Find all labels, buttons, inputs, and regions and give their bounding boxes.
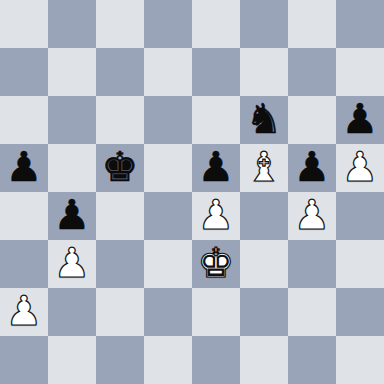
square-b7[interactable]	[48, 48, 96, 96]
square-g6[interactable]	[288, 96, 336, 144]
square-f3[interactable]	[240, 240, 288, 288]
square-e3[interactable]: ♚	[192, 240, 240, 288]
piece-black-pawn: ♟	[198, 143, 235, 191]
square-h7[interactable]	[336, 48, 384, 96]
square-d3[interactable]	[144, 240, 192, 288]
square-d4[interactable]	[144, 192, 192, 240]
square-g2[interactable]	[288, 288, 336, 336]
piece-black-knight: ♞	[246, 95, 283, 143]
piece-white-bishop: ♝	[246, 143, 283, 191]
square-b2[interactable]	[48, 288, 96, 336]
square-c6[interactable]	[96, 96, 144, 144]
square-h8[interactable]	[336, 0, 384, 48]
square-c3[interactable]	[96, 240, 144, 288]
square-a7[interactable]	[0, 48, 48, 96]
chess-board: ♞♟♟♚♟♝♟♟♟♟♟♟♚♟	[0, 0, 384, 384]
square-f4[interactable]	[240, 192, 288, 240]
square-f1[interactable]	[240, 336, 288, 384]
square-h3[interactable]	[336, 240, 384, 288]
piece-black-pawn: ♟	[6, 143, 43, 191]
piece-white-pawn: ♟	[6, 287, 43, 335]
square-b1[interactable]	[48, 336, 96, 384]
square-g8[interactable]	[288, 0, 336, 48]
piece-black-king: ♚	[102, 143, 139, 191]
square-g4[interactable]: ♟	[288, 192, 336, 240]
square-f6[interactable]: ♞	[240, 96, 288, 144]
square-a8[interactable]	[0, 0, 48, 48]
piece-white-king: ♚	[198, 239, 235, 287]
square-d5[interactable]	[144, 144, 192, 192]
square-f5[interactable]: ♝	[240, 144, 288, 192]
square-g7[interactable]	[288, 48, 336, 96]
piece-white-pawn: ♟	[198, 191, 235, 239]
piece-black-pawn: ♟	[342, 95, 379, 143]
square-h6[interactable]: ♟	[336, 96, 384, 144]
square-c1[interactable]	[96, 336, 144, 384]
square-d1[interactable]	[144, 336, 192, 384]
square-e8[interactable]	[192, 0, 240, 48]
square-d2[interactable]	[144, 288, 192, 336]
square-c8[interactable]	[96, 0, 144, 48]
square-f8[interactable]	[240, 0, 288, 48]
square-b3[interactable]: ♟	[48, 240, 96, 288]
piece-white-pawn: ♟	[294, 191, 331, 239]
square-f7[interactable]	[240, 48, 288, 96]
square-e4[interactable]: ♟	[192, 192, 240, 240]
square-e6[interactable]	[192, 96, 240, 144]
square-d8[interactable]	[144, 0, 192, 48]
square-c2[interactable]	[96, 288, 144, 336]
square-b4[interactable]: ♟	[48, 192, 96, 240]
piece-black-pawn: ♟	[54, 191, 91, 239]
square-a4[interactable]	[0, 192, 48, 240]
square-e1[interactable]	[192, 336, 240, 384]
square-b6[interactable]	[48, 96, 96, 144]
square-b5[interactable]	[48, 144, 96, 192]
square-b8[interactable]	[48, 0, 96, 48]
square-a2[interactable]: ♟	[0, 288, 48, 336]
square-c5[interactable]: ♚	[96, 144, 144, 192]
square-a5[interactable]: ♟	[0, 144, 48, 192]
piece-white-pawn: ♟	[342, 143, 379, 191]
square-g1[interactable]	[288, 336, 336, 384]
square-e5[interactable]: ♟	[192, 144, 240, 192]
square-d7[interactable]	[144, 48, 192, 96]
piece-white-pawn: ♟	[54, 239, 91, 287]
square-h4[interactable]	[336, 192, 384, 240]
square-f2[interactable]	[240, 288, 288, 336]
square-h2[interactable]	[336, 288, 384, 336]
square-c7[interactable]	[96, 48, 144, 96]
square-g3[interactable]	[288, 240, 336, 288]
square-g5[interactable]: ♟	[288, 144, 336, 192]
square-h5[interactable]: ♟	[336, 144, 384, 192]
square-a3[interactable]	[0, 240, 48, 288]
square-d6[interactable]	[144, 96, 192, 144]
square-e7[interactable]	[192, 48, 240, 96]
square-e2[interactable]	[192, 288, 240, 336]
square-h1[interactable]	[336, 336, 384, 384]
square-a6[interactable]	[0, 96, 48, 144]
piece-black-pawn: ♟	[294, 143, 331, 191]
square-a1[interactable]	[0, 336, 48, 384]
square-c4[interactable]	[96, 192, 144, 240]
